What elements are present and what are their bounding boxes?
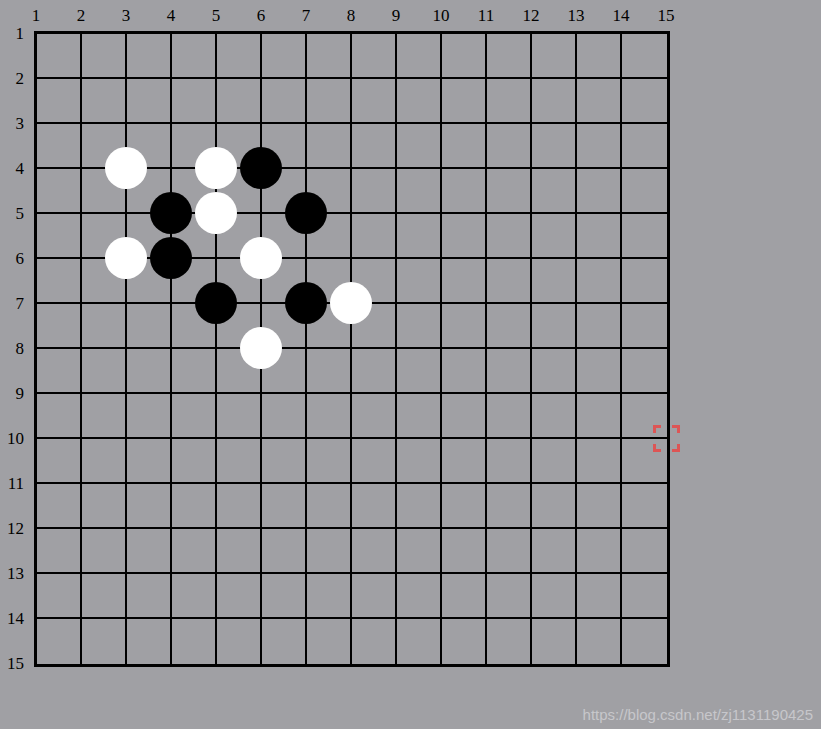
intersection-13-2[interactable]	[554, 56, 599, 101]
intersection-6-3[interactable]	[239, 101, 284, 146]
intersection-9-5[interactable]	[374, 191, 419, 236]
intersection-9-9[interactable]	[374, 371, 419, 416]
intersection-12-12[interactable]	[509, 506, 554, 551]
stone-white-3-4	[105, 147, 147, 189]
intersection-5-10[interactable]	[194, 416, 239, 461]
intersection-10-4[interactable]	[419, 146, 464, 191]
intersection-11-1[interactable]	[464, 11, 509, 56]
intersection-14-5[interactable]	[599, 191, 644, 236]
intersection-9-4[interactable]	[374, 146, 419, 191]
target-marker-corner-tr	[672, 425, 680, 433]
intersection-3-14[interactable]	[104, 596, 149, 641]
intersection-1-14[interactable]	[14, 596, 59, 641]
intersection-11-8[interactable]	[464, 326, 509, 371]
intersection-9-10[interactable]	[374, 416, 419, 461]
intersection-9-2[interactable]	[374, 56, 419, 101]
intersection-5-13[interactable]	[194, 551, 239, 596]
intersection-11-15[interactable]	[464, 641, 509, 686]
intersection-7-15[interactable]	[284, 641, 329, 686]
intersection-10-3[interactable]	[419, 101, 464, 146]
intersection-5-15[interactable]	[194, 641, 239, 686]
intersection-13-9[interactable]	[554, 371, 599, 416]
intersection-13-15[interactable]	[554, 641, 599, 686]
intersection-10-9[interactable]	[419, 371, 464, 416]
intersection-4-14[interactable]	[149, 596, 194, 641]
intersection-6-2[interactable]	[239, 56, 284, 101]
intersection-1-4[interactable]	[14, 146, 59, 191]
intersection-3-5[interactable]	[104, 191, 149, 236]
intersection-1-2[interactable]	[14, 56, 59, 101]
intersection-7-9[interactable]	[284, 371, 329, 416]
intersection-15-4[interactable]	[644, 146, 689, 191]
intersection-12-13[interactable]	[509, 551, 554, 596]
intersection-4-3[interactable]	[149, 101, 194, 146]
stone-white-5-5	[195, 192, 237, 234]
stone-black-7-5	[285, 192, 327, 234]
intersection-12-1[interactable]	[509, 11, 554, 56]
intersection-4-8[interactable]	[149, 326, 194, 371]
watermark: https://blog.csdn.net/zj1131190425	[583, 706, 813, 723]
intersection-10-8[interactable]	[419, 326, 464, 371]
intersection-14-13[interactable]	[599, 551, 644, 596]
intersection-15-3[interactable]	[644, 101, 689, 146]
intersection-13-12[interactable]	[554, 506, 599, 551]
stone-black-4-6	[150, 237, 192, 279]
intersection-3-7[interactable]	[104, 281, 149, 326]
intersection-2-6[interactable]	[59, 236, 104, 281]
intersection-1-10[interactable]	[14, 416, 59, 461]
intersection-14-1[interactable]	[599, 11, 644, 56]
intersection-14-9[interactable]	[599, 371, 644, 416]
intersection-15-14[interactable]	[644, 596, 689, 641]
intersection-2-7[interactable]	[59, 281, 104, 326]
intersection-7-13[interactable]	[284, 551, 329, 596]
target-marker-corner-br	[672, 444, 680, 452]
intersection-14-14[interactable]	[599, 596, 644, 641]
intersection-2-11[interactable]	[59, 461, 104, 506]
intersection-4-11[interactable]	[149, 461, 194, 506]
intersection-15-6[interactable]	[644, 236, 689, 281]
intersection-7-10[interactable]	[284, 416, 329, 461]
intersection-6-7[interactable]	[239, 281, 284, 326]
intersection-11-11[interactable]	[464, 461, 509, 506]
intersection-3-3[interactable]	[104, 101, 149, 146]
stone-white-3-6	[105, 237, 147, 279]
intersection-1-7[interactable]	[14, 281, 59, 326]
intersection-2-14[interactable]	[59, 596, 104, 641]
intersection-5-8[interactable]	[194, 326, 239, 371]
intersection-7-8[interactable]	[284, 326, 329, 371]
intersection-1-5[interactable]	[14, 191, 59, 236]
intersection-5-14[interactable]	[194, 596, 239, 641]
intersection-11-4[interactable]	[464, 146, 509, 191]
intersection-7-6[interactable]	[284, 236, 329, 281]
target-marker[interactable]	[653, 425, 680, 452]
intersection-15-13[interactable]	[644, 551, 689, 596]
intersection-8-15[interactable]	[329, 641, 374, 686]
intersection-4-12[interactable]	[149, 506, 194, 551]
intersection-9-6[interactable]	[374, 236, 419, 281]
intersection-9-1[interactable]	[374, 11, 419, 56]
intersection-1-8[interactable]	[14, 326, 59, 371]
intersection-2-9[interactable]	[59, 371, 104, 416]
intersection-3-15[interactable]	[104, 641, 149, 686]
intersection-4-15[interactable]	[149, 641, 194, 686]
intersection-4-13[interactable]	[149, 551, 194, 596]
intersection-13-3[interactable]	[554, 101, 599, 146]
intersection-1-6[interactable]	[14, 236, 59, 281]
intersection-3-12[interactable]	[104, 506, 149, 551]
intersection-5-1[interactable]	[194, 11, 239, 56]
intersection-13-5[interactable]	[554, 191, 599, 236]
gomoku-board-screen: 123456789101112131415 123456789101112131…	[0, 0, 821, 729]
intersection-14-15[interactable]	[599, 641, 644, 686]
intersection-6-10[interactable]	[239, 416, 284, 461]
intersection-4-7[interactable]	[149, 281, 194, 326]
intersection-8-5[interactable]	[329, 191, 374, 236]
intersection-11-6[interactable]	[464, 236, 509, 281]
intersection-2-5[interactable]	[59, 191, 104, 236]
intersection-15-11[interactable]	[644, 461, 689, 506]
intersection-14-6[interactable]	[599, 236, 644, 281]
intersection-6-13[interactable]	[239, 551, 284, 596]
stone-black-7-7	[285, 282, 327, 324]
intersection-6-14[interactable]	[239, 596, 284, 641]
intersection-8-4[interactable]	[329, 146, 374, 191]
intersection-1-11[interactable]	[14, 461, 59, 506]
intersection-10-2[interactable]	[419, 56, 464, 101]
intersection-3-9[interactable]	[104, 371, 149, 416]
intersection-7-1[interactable]	[284, 11, 329, 56]
intersection-5-12[interactable]	[194, 506, 239, 551]
intersection-9-13[interactable]	[374, 551, 419, 596]
intersection-15-15[interactable]	[644, 641, 689, 686]
intersection-13-6[interactable]	[554, 236, 599, 281]
intersection-15-12[interactable]	[644, 506, 689, 551]
intersection-11-2[interactable]	[464, 56, 509, 101]
intersection-1-1[interactable]	[14, 11, 59, 56]
intersection-2-12[interactable]	[59, 506, 104, 551]
intersection-13-13[interactable]	[554, 551, 599, 596]
intersection-10-15[interactable]	[419, 641, 464, 686]
intersection-7-3[interactable]	[284, 101, 329, 146]
intersection-2-10[interactable]	[59, 416, 104, 461]
intersection-8-3[interactable]	[329, 101, 374, 146]
intersection-9-15[interactable]	[374, 641, 419, 686]
intersection-3-1[interactable]	[104, 11, 149, 56]
stone-white-8-7	[330, 282, 372, 324]
intersection-12-14[interactable]	[509, 596, 554, 641]
intersection-2-2[interactable]	[59, 56, 104, 101]
intersection-1-12[interactable]	[14, 506, 59, 551]
intersection-6-11[interactable]	[239, 461, 284, 506]
intersection-7-2[interactable]	[284, 56, 329, 101]
intersection-1-9[interactable]	[14, 371, 59, 416]
board-intersections	[14, 11, 689, 686]
stone-white-6-6	[240, 237, 282, 279]
intersection-9-11[interactable]	[374, 461, 419, 506]
intersection-5-6[interactable]	[194, 236, 239, 281]
intersection-2-1[interactable]	[59, 11, 104, 56]
intersection-4-9[interactable]	[149, 371, 194, 416]
intersection-14-10[interactable]	[599, 416, 644, 461]
intersection-12-15[interactable]	[509, 641, 554, 686]
intersection-8-13[interactable]	[329, 551, 374, 596]
intersection-2-8[interactable]	[59, 326, 104, 371]
intersection-8-11[interactable]	[329, 461, 374, 506]
intersection-15-1[interactable]	[644, 11, 689, 56]
intersection-12-4[interactable]	[509, 146, 554, 191]
intersection-10-7[interactable]	[419, 281, 464, 326]
intersection-9-8[interactable]	[374, 326, 419, 371]
intersection-6-1[interactable]	[239, 11, 284, 56]
intersection-13-14[interactable]	[554, 596, 599, 641]
intersection-10-11[interactable]	[419, 461, 464, 506]
intersection-11-7[interactable]	[464, 281, 509, 326]
intersection-8-9[interactable]	[329, 371, 374, 416]
intersection-7-12[interactable]	[284, 506, 329, 551]
stone-white-5-4	[195, 147, 237, 189]
intersection-4-1[interactable]	[149, 11, 194, 56]
intersection-4-10[interactable]	[149, 416, 194, 461]
intersection-8-12[interactable]	[329, 506, 374, 551]
intersection-7-4[interactable]	[284, 146, 329, 191]
intersection-12-11[interactable]	[509, 461, 554, 506]
intersection-13-10[interactable]	[554, 416, 599, 461]
intersection-12-10[interactable]	[509, 416, 554, 461]
intersection-13-4[interactable]	[554, 146, 599, 191]
intersection-9-14[interactable]	[374, 596, 419, 641]
intersection-10-14[interactable]	[419, 596, 464, 641]
intersection-1-3[interactable]	[14, 101, 59, 146]
intersection-3-13[interactable]	[104, 551, 149, 596]
intersection-12-3[interactable]	[509, 101, 554, 146]
intersection-3-11[interactable]	[104, 461, 149, 506]
target-marker-corner-bl	[653, 444, 661, 452]
intersection-12-7[interactable]	[509, 281, 554, 326]
intersection-13-1[interactable]	[554, 11, 599, 56]
intersection-12-6[interactable]	[509, 236, 554, 281]
intersection-2-13[interactable]	[59, 551, 104, 596]
intersection-10-5[interactable]	[419, 191, 464, 236]
intersection-15-8[interactable]	[644, 326, 689, 371]
stone-black-6-4	[240, 147, 282, 189]
intersection-12-8[interactable]	[509, 326, 554, 371]
intersection-9-12[interactable]	[374, 506, 419, 551]
intersection-8-6[interactable]	[329, 236, 374, 281]
stone-black-5-7	[195, 282, 237, 324]
intersection-9-7[interactable]	[374, 281, 419, 326]
intersection-8-2[interactable]	[329, 56, 374, 101]
intersection-11-5[interactable]	[464, 191, 509, 236]
intersection-9-3[interactable]	[374, 101, 419, 146]
intersection-15-2[interactable]	[644, 56, 689, 101]
intersection-11-3[interactable]	[464, 101, 509, 146]
intersection-14-11[interactable]	[599, 461, 644, 506]
intersection-12-2[interactable]	[509, 56, 554, 101]
intersection-14-4[interactable]	[599, 146, 644, 191]
intersection-10-12[interactable]	[419, 506, 464, 551]
intersection-4-4[interactable]	[149, 146, 194, 191]
intersection-11-12[interactable]	[464, 506, 509, 551]
intersection-10-13[interactable]	[419, 551, 464, 596]
intersection-5-2[interactable]	[194, 56, 239, 101]
intersection-1-15[interactable]	[14, 641, 59, 686]
intersection-14-8[interactable]	[599, 326, 644, 371]
intersection-4-2[interactable]	[149, 56, 194, 101]
intersection-7-14[interactable]	[284, 596, 329, 641]
intersection-5-9[interactable]	[194, 371, 239, 416]
stone-white-6-8	[240, 327, 282, 369]
intersection-15-7[interactable]	[644, 281, 689, 326]
intersection-1-13[interactable]	[14, 551, 59, 596]
stone-black-4-5	[150, 192, 192, 234]
intersection-12-9[interactable]	[509, 371, 554, 416]
intersection-2-4[interactable]	[59, 146, 104, 191]
intersection-6-5[interactable]	[239, 191, 284, 236]
intersection-15-5[interactable]	[644, 191, 689, 236]
intersection-11-14[interactable]	[464, 596, 509, 641]
intersection-5-3[interactable]	[194, 101, 239, 146]
intersection-10-1[interactable]	[419, 11, 464, 56]
intersection-10-10[interactable]	[419, 416, 464, 461]
intersection-8-1[interactable]	[329, 11, 374, 56]
intersection-13-8[interactable]	[554, 326, 599, 371]
intersection-8-8[interactable]	[329, 326, 374, 371]
intersection-8-10[interactable]	[329, 416, 374, 461]
intersection-2-15[interactable]	[59, 641, 104, 686]
intersection-8-14[interactable]	[329, 596, 374, 641]
intersection-12-5[interactable]	[509, 191, 554, 236]
intersection-11-13[interactable]	[464, 551, 509, 596]
intersection-3-10[interactable]	[104, 416, 149, 461]
intersection-6-12[interactable]	[239, 506, 284, 551]
intersection-14-7[interactable]	[599, 281, 644, 326]
target-marker-corner-tl	[653, 425, 661, 433]
intersection-5-11[interactable]	[194, 461, 239, 506]
intersection-14-2[interactable]	[599, 56, 644, 101]
intersection-13-7[interactable]	[554, 281, 599, 326]
intersection-11-9[interactable]	[464, 371, 509, 416]
intersection-11-10[interactable]	[464, 416, 509, 461]
intersection-7-11[interactable]	[284, 461, 329, 506]
intersection-6-15[interactable]	[239, 641, 284, 686]
intersection-3-8[interactable]	[104, 326, 149, 371]
intersection-10-6[interactable]	[419, 236, 464, 281]
intersection-14-3[interactable]	[599, 101, 644, 146]
intersection-15-9[interactable]	[644, 371, 689, 416]
intersection-13-11[interactable]	[554, 461, 599, 506]
intersection-2-3[interactable]	[59, 101, 104, 146]
intersection-3-2[interactable]	[104, 56, 149, 101]
intersection-6-9[interactable]	[239, 371, 284, 416]
intersection-14-12[interactable]	[599, 506, 644, 551]
